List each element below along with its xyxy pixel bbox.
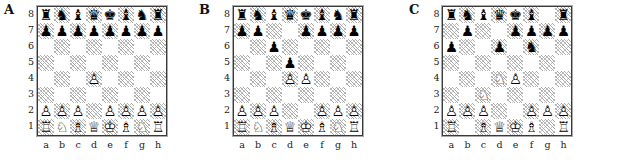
board-grid: ♜♞♝♛♚♝♜♟♟♟♟♟♟♟♞♞♘♟♙♞♘♟♙♟♙♟♙♟♙♟♙♟♙♜♖♝♗♛♕♚… (442, 6, 572, 136)
black-rook: ♜ (150, 7, 166, 23)
board-B-square-d1: ♛♕ (282, 119, 298, 135)
rank-label-8: 8 (429, 6, 442, 22)
board-B-square-e4: ♟♙ (298, 71, 314, 87)
rank-label-7: 7 (429, 22, 442, 38)
white-pawn: ♟♙ (298, 71, 314, 87)
file-label-d: d (282, 136, 298, 151)
board-A-square-f8: ♝ (118, 7, 134, 23)
file-label-g: g (330, 136, 346, 151)
black-knight: ♞ (54, 7, 70, 23)
white-pawn: ♟♙ (282, 71, 298, 87)
board-A-square-b6 (54, 39, 70, 55)
black-king: ♚ (102, 7, 118, 23)
board-C-square-h6 (555, 39, 571, 55)
board-label-c: C (409, 3, 419, 17)
board-A-square-f5 (118, 55, 134, 71)
board-B-square-g6 (330, 39, 346, 55)
rank-labels: 87654321 (429, 6, 442, 136)
file-label-a: a (443, 136, 459, 151)
board-block-b: B 87654321 ♜♞♝♛♚♝♞♜♟♟♟♟♟♟♟♟♟♙♟♙♟♙♟♙♟♙♟♙♟… (199, 3, 363, 151)
white-bishop: ♝♗ (523, 119, 539, 135)
black-pawn: ♟ (443, 39, 459, 55)
file-label-c: c (70, 136, 86, 151)
board-B-square-b6 (250, 39, 266, 55)
chess-board-b: 87654321 ♜♞♝♛♚♝♞♜♟♟♟♟♟♟♟♟♟♙♟♙♟♙♟♙♟♙♟♙♟♙♟… (220, 6, 363, 151)
board-C-square-h1: ♜♖ (555, 119, 571, 135)
black-bishop: ♝ (118, 7, 134, 23)
board-A-square-b1: ♞♘ (54, 119, 70, 135)
board-A-square-b8: ♞ (54, 7, 70, 23)
board-C-square-c3: ♞♘ (475, 87, 491, 103)
board-B-square-f3 (314, 87, 330, 103)
board-C-square-b3 (459, 87, 475, 103)
board-A-square-g5 (134, 55, 150, 71)
board-A-square-d8: ♛ (86, 7, 102, 23)
board-B-square-f5 (314, 55, 330, 71)
board-A-square-c5 (70, 55, 86, 71)
board-C-square-c7 (475, 23, 491, 39)
white-pawn: ♟♙ (134, 103, 150, 119)
board-A-square-d2 (86, 103, 102, 119)
board-A-square-c7: ♟ (70, 23, 86, 39)
white-bishop: ♝♗ (266, 119, 282, 135)
white-knight: ♞♘ (250, 119, 266, 135)
board-B-square-f2: ♟♙ (314, 103, 330, 119)
black-rook: ♜ (443, 7, 459, 23)
board-C-square-a6: ♟ (443, 39, 459, 55)
board-A-square-f6 (118, 39, 134, 55)
board-label-b: B (199, 3, 210, 17)
rank-label-3: 3 (24, 86, 37, 102)
board-C-square-b2: ♟♙ (459, 103, 475, 119)
board-A-square-b4 (54, 71, 70, 87)
black-pawn: ♟ (555, 23, 571, 39)
board-B-square-c2: ♟♙ (266, 103, 282, 119)
black-pawn: ♟ (38, 23, 54, 39)
board-A-square-f2: ♟♙ (118, 103, 134, 119)
board-C-square-f4 (523, 71, 539, 87)
black-bishop: ♝ (314, 7, 330, 23)
file-label-g: g (134, 136, 150, 151)
board-C-square-e8: ♚ (507, 7, 523, 23)
file-label-h: h (346, 136, 362, 151)
white-pawn: ♟♙ (539, 103, 555, 119)
board-C-square-e5 (507, 55, 523, 71)
board-B-square-h2: ♟♙ (346, 103, 362, 119)
white-pawn: ♟♙ (507, 71, 523, 87)
board-B-square-b5 (250, 55, 266, 71)
black-pawn: ♟ (523, 23, 539, 39)
board-B-square-c1: ♝♗ (266, 119, 282, 135)
black-bishop: ♝ (475, 7, 491, 23)
board-C-square-h5 (555, 55, 571, 71)
board-C-square-e2 (507, 103, 523, 119)
white-knight: ♞♘ (475, 87, 491, 103)
board-C-square-d3 (491, 87, 507, 103)
board-A-square-h3 (150, 87, 166, 103)
board-B-square-g7: ♟ (330, 23, 346, 39)
rank-label-6: 6 (429, 38, 442, 54)
black-queen: ♛ (491, 7, 507, 23)
board-B-square-e2 (298, 103, 314, 119)
file-label-b: b (54, 136, 70, 151)
board-A-square-e3 (102, 87, 118, 103)
board-block-c: C 87654321 ♜♞♝♛♚♝♜♟♟♟♟♟♟♟♞♞♘♟♙♞♘♟♙♟♙♟♙♟♙… (409, 3, 572, 151)
file-labels: abcdefgh (442, 136, 572, 151)
file-label-a: a (234, 136, 250, 151)
board-A-square-g4 (134, 71, 150, 87)
board-label-a: A (4, 3, 14, 17)
rank-label-7: 7 (24, 22, 37, 38)
rank-label-5: 5 (24, 54, 37, 70)
board-C-square-g3 (539, 87, 555, 103)
board-C-square-e4: ♟♙ (507, 71, 523, 87)
board-C-square-g4 (539, 71, 555, 87)
board-A-square-h8: ♜ (150, 7, 166, 23)
board-B-square-a7: ♟ (234, 23, 250, 39)
file-label-b: b (250, 136, 266, 151)
board-A-square-f7: ♟ (118, 23, 134, 39)
white-pawn: ♟♙ (475, 103, 491, 119)
white-rook: ♜♖ (346, 119, 362, 135)
board-C-square-c5 (475, 55, 491, 71)
rank-label-8: 8 (24, 6, 37, 22)
board-C-square-b5 (459, 55, 475, 71)
board-A-square-d3 (86, 87, 102, 103)
white-bishop: ♝♗ (118, 119, 134, 135)
board-A-square-h7: ♟ (150, 23, 166, 39)
file-label-c: c (266, 136, 282, 151)
board-grid: ♜♞♝♛♚♝♞♜♟♟♟♟♟♟♟♟♟♙♟♙♟♙♟♙♟♙♟♙♟♙♟♙♜♖♞♘♝♗♛♕… (37, 6, 167, 136)
board-C-square-d2 (491, 103, 507, 119)
board-A-square-f1: ♝♗ (118, 119, 134, 135)
black-rook: ♜ (346, 7, 362, 23)
board-B-square-d4: ♟♙ (282, 71, 298, 87)
board-A-square-a7: ♟ (38, 23, 54, 39)
black-pawn: ♟ (282, 55, 298, 71)
black-rook: ♜ (555, 7, 571, 23)
white-pawn: ♟♙ (102, 103, 118, 119)
board-B-square-c3 (266, 87, 282, 103)
board-A-square-a4 (38, 71, 54, 87)
board-B-square-b7: ♟ (250, 23, 266, 39)
board-A-square-b5 (54, 55, 70, 71)
rank-label-6: 6 (220, 38, 233, 54)
board-C-square-g7: ♟ (539, 23, 555, 39)
black-pawn: ♟ (86, 23, 102, 39)
board-C-square-h7: ♟ (555, 23, 571, 39)
black-bishop: ♝ (523, 7, 539, 23)
board-A-square-b7: ♟ (54, 23, 70, 39)
black-pawn: ♟ (539, 23, 555, 39)
board-A-square-g3 (134, 87, 150, 103)
board-A-square-b2: ♟♙ (54, 103, 70, 119)
file-label-e: e (507, 136, 523, 151)
board-C-square-a1: ♜♖ (443, 119, 459, 135)
board-B-square-b1: ♞♘ (250, 119, 266, 135)
white-pawn: ♟♙ (234, 103, 250, 119)
board-C-square-h8: ♜ (555, 7, 571, 23)
board-C-square-f2: ♟♙ (523, 103, 539, 119)
board-C-square-h2: ♟♙ (555, 103, 571, 119)
board-A-square-g7: ♟ (134, 23, 150, 39)
file-label-h: h (555, 136, 571, 151)
board-A-square-d5 (86, 55, 102, 71)
board-B-square-d8: ♛ (282, 7, 298, 23)
rank-label-4: 4 (429, 70, 442, 86)
white-queen: ♛♕ (491, 119, 507, 135)
board-A-square-g2: ♟♙ (134, 103, 150, 119)
black-pawn: ♟ (266, 39, 282, 55)
black-pawn: ♟ (507, 23, 523, 39)
board-B-square-e5 (298, 55, 314, 71)
board-B-square-f6 (314, 39, 330, 55)
rank-label-2: 2 (24, 102, 37, 118)
board-B-square-h5 (346, 55, 362, 71)
board-A-square-a5 (38, 55, 54, 71)
board-B-square-b2: ♟♙ (250, 103, 266, 119)
black-queen: ♛ (282, 7, 298, 23)
board-C-square-d1: ♛♕ (491, 119, 507, 135)
board-B-square-f8: ♝ (314, 7, 330, 23)
board-B-square-h3 (346, 87, 362, 103)
board-C-square-e1: ♚♔ (507, 119, 523, 135)
board-C-square-e7: ♟ (507, 23, 523, 39)
board-B-square-a5 (234, 55, 250, 71)
board-A-square-g6 (134, 39, 150, 55)
board-B-square-e8: ♚ (298, 7, 314, 23)
rank-label-6: 6 (24, 38, 37, 54)
board-C-square-g2: ♟♙ (539, 103, 555, 119)
board-C-square-b7: ♟ (459, 23, 475, 39)
white-pawn: ♟♙ (38, 103, 54, 119)
rank-label-1: 1 (220, 118, 233, 134)
board-C-square-c6 (475, 39, 491, 55)
board-C-square-d4: ♞♘ (491, 71, 507, 87)
black-pawn: ♟ (234, 23, 250, 39)
board-C-square-a8: ♜ (443, 7, 459, 23)
board-B-square-c7 (266, 23, 282, 39)
rank-label-3: 3 (429, 86, 442, 102)
board-B-square-e1: ♚♔ (298, 119, 314, 135)
board-B-square-g8: ♞ (330, 7, 346, 23)
file-label-f: f (314, 136, 330, 151)
board-C-square-b4 (459, 71, 475, 87)
board-A-square-c1: ♝♗ (70, 119, 86, 135)
white-pawn: ♟♙ (70, 103, 86, 119)
board-A-square-e1: ♚♔ (102, 119, 118, 135)
board-B-square-f1: ♝♗ (314, 119, 330, 135)
rank-label-1: 1 (24, 118, 37, 134)
white-rook: ♜♖ (443, 119, 459, 135)
board-B-square-d5: ♟ (282, 55, 298, 71)
file-labels: abcdefgh (233, 136, 363, 151)
black-pawn: ♟ (298, 23, 314, 39)
white-king: ♚♔ (507, 119, 523, 135)
board-C-square-g8 (539, 7, 555, 23)
white-knight: ♞♘ (491, 71, 507, 87)
white-rook: ♜♖ (150, 119, 166, 135)
file-label-f: f (523, 136, 539, 151)
board-B-square-a1: ♜♖ (234, 119, 250, 135)
rank-label-2: 2 (220, 102, 233, 118)
board-B-square-d2 (282, 103, 298, 119)
board-A-square-h6 (150, 39, 166, 55)
board-C-square-e3 (507, 87, 523, 103)
black-rook: ♜ (234, 7, 250, 23)
board-B-square-g2: ♟♙ (330, 103, 346, 119)
board-C-square-c8: ♝ (475, 7, 491, 23)
black-pawn: ♟ (118, 23, 134, 39)
board-A-square-e6 (102, 39, 118, 55)
black-knight: ♞ (134, 7, 150, 23)
board-C-square-f8: ♝ (523, 7, 539, 23)
white-queen: ♛♕ (86, 119, 102, 135)
file-label-f: f (118, 136, 134, 151)
board-C-square-c4 (475, 71, 491, 87)
black-king: ♚ (298, 7, 314, 23)
rank-label-7: 7 (220, 22, 233, 38)
rank-label-5: 5 (429, 54, 442, 70)
board-B-square-c4 (266, 71, 282, 87)
file-labels: abcdefgh (37, 136, 167, 151)
board-A-square-f3 (118, 87, 134, 103)
board-C-square-f3 (523, 87, 539, 103)
board-C-square-b1 (459, 119, 475, 135)
board-B-square-g4 (330, 71, 346, 87)
file-label-a: a (38, 136, 54, 151)
board-A-square-d1: ♛♕ (86, 119, 102, 135)
board-B-square-g1: ♞♘ (330, 119, 346, 135)
board-B-square-g5 (330, 55, 346, 71)
board-C-square-f1: ♝♗ (523, 119, 539, 135)
board-B-square-b3 (250, 87, 266, 103)
board-A-square-e8: ♚ (102, 7, 118, 23)
white-pawn: ♟♙ (86, 71, 102, 87)
board-B-square-e3 (298, 87, 314, 103)
file-label-c: c (475, 136, 491, 151)
board-C-square-b6 (459, 39, 475, 55)
board-A-square-h1: ♜♖ (150, 119, 166, 135)
chess-opening-figure: A 87654321 ♜♞♝♛♚♝♞♜♟♟♟♟♟♟♟♟♟♙♟♙♟♙♟♙♟♙♟♙♟… (0, 0, 617, 151)
board-A-square-a1: ♜♖ (38, 119, 54, 135)
white-knight: ♞♘ (330, 119, 346, 135)
rank-label-4: 4 (24, 70, 37, 86)
black-knight: ♞ (250, 7, 266, 23)
white-bishop: ♝♗ (475, 119, 491, 135)
board-A-square-e2: ♟♙ (102, 103, 118, 119)
white-rook: ♜♖ (555, 119, 571, 135)
rank-label-2: 2 (429, 102, 442, 118)
board-A-square-f4 (118, 71, 134, 87)
black-bishop: ♝ (70, 7, 86, 23)
board-B-square-d3 (282, 87, 298, 103)
black-pawn: ♟ (250, 23, 266, 39)
rank-label-4: 4 (220, 70, 233, 86)
board-C-square-g6 (539, 39, 555, 55)
board-B-square-f7: ♟ (314, 23, 330, 39)
chess-board-a: 87654321 ♜♞♝♛♚♝♞♜♟♟♟♟♟♟♟♟♟♙♟♙♟♙♟♙♟♙♟♙♟♙♟… (24, 6, 167, 151)
file-label-h: h (150, 136, 166, 151)
rank-labels: 87654321 (220, 6, 233, 136)
white-pawn: ♟♙ (555, 103, 571, 119)
rank-label-8: 8 (220, 6, 233, 22)
board-C-square-b8: ♞ (459, 7, 475, 23)
black-rook: ♜ (38, 7, 54, 23)
board-A-square-h5 (150, 55, 166, 71)
board-C-square-e6 (507, 39, 523, 55)
white-pawn: ♟♙ (54, 103, 70, 119)
black-bishop: ♝ (266, 7, 282, 23)
board-B-square-c5 (266, 55, 282, 71)
white-king: ♚♔ (298, 119, 314, 135)
board-A-square-h2: ♟♙ (150, 103, 166, 119)
white-pawn: ♟♙ (150, 103, 166, 119)
board-A-square-a8: ♜ (38, 7, 54, 23)
board-block-a: A 87654321 ♜♞♝♛♚♝♞♜♟♟♟♟♟♟♟♟♟♙♟♙♟♙♟♙♟♙♟♙♟… (4, 3, 167, 151)
board-A-square-a3 (38, 87, 54, 103)
file-label-d: d (86, 136, 102, 151)
rank-label-3: 3 (220, 86, 233, 102)
board-C-square-a3 (443, 87, 459, 103)
board-B-square-a3 (234, 87, 250, 103)
board-A-square-e7: ♟ (102, 23, 118, 39)
black-pawn: ♟ (346, 23, 362, 39)
board-A-square-c6 (70, 39, 86, 55)
board-A-square-b3 (54, 87, 70, 103)
board-B-square-h1: ♜♖ (346, 119, 362, 135)
board-A-square-c2: ♟♙ (70, 103, 86, 119)
white-bishop: ♝♗ (70, 119, 86, 135)
black-pawn: ♟ (54, 23, 70, 39)
black-king: ♚ (507, 7, 523, 23)
white-pawn: ♟♙ (330, 103, 346, 119)
board-C-square-f5 (523, 55, 539, 71)
chess-board-c: 87654321 ♜♞♝♛♚♝♜♟♟♟♟♟♟♟♞♞♘♟♙♞♘♟♙♟♙♟♙♟♙♟♙… (429, 6, 572, 151)
board-C-square-a4 (443, 71, 459, 87)
board-B-square-a4 (234, 71, 250, 87)
board-A-square-c3 (70, 87, 86, 103)
file-label-e: e (298, 136, 314, 151)
rank-label-5: 5 (220, 54, 233, 70)
board-B-square-a6 (234, 39, 250, 55)
board-A-square-e4 (102, 71, 118, 87)
white-king: ♚♔ (102, 119, 118, 135)
board-B-square-b8: ♞ (250, 7, 266, 23)
white-pawn: ♟♙ (250, 103, 266, 119)
rank-label-1: 1 (429, 118, 442, 134)
file-label-e: e (102, 136, 118, 151)
white-pawn: ♟♙ (118, 103, 134, 119)
file-label-b: b (459, 136, 475, 151)
board-C-square-g5 (539, 55, 555, 71)
board-A-square-c8: ♝ (70, 7, 86, 23)
board-B-square-c8: ♝ (266, 7, 282, 23)
board-C-square-f6: ♞ (523, 39, 539, 55)
board-B-square-a8: ♜ (234, 7, 250, 23)
board-grid: ♜♞♝♛♚♝♞♜♟♟♟♟♟♟♟♟♟♙♟♙♟♙♟♙♟♙♟♙♟♙♟♙♜♖♞♘♝♗♛♕… (233, 6, 363, 136)
board-B-square-g3 (330, 87, 346, 103)
board-C-square-c2: ♟♙ (475, 103, 491, 119)
black-knight: ♞ (459, 7, 475, 23)
white-pawn: ♟♙ (346, 103, 362, 119)
board-B-square-e6 (298, 39, 314, 55)
board-A-square-e5 (102, 55, 118, 71)
file-label-d: d (491, 136, 507, 151)
board-A-square-g8: ♞ (134, 7, 150, 23)
board-B-square-h6 (346, 39, 362, 55)
white-pawn: ♟♙ (459, 103, 475, 119)
